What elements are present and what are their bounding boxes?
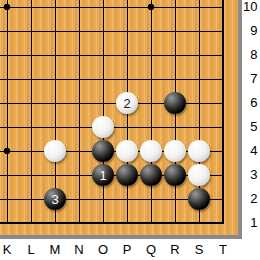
coord-label-row-9: 9 — [243, 19, 257, 43]
column-labels: KLMNOPQRST — [0, 239, 235, 260]
coord-label-col-M: M — [43, 239, 67, 260]
coord-label-col-K: K — [0, 239, 19, 260]
move-number: 2 — [123, 96, 130, 109]
coord-label-row-3: 3 — [243, 163, 257, 187]
stone-black-M2: 3 — [44, 188, 66, 210]
coord-label-row-4: 4 — [243, 139, 257, 163]
stone-white-O5 — [92, 116, 114, 138]
stone-white-Q4 — [140, 140, 162, 162]
stone-black-R6 — [164, 92, 186, 114]
stones-layer: 213 — [0, 0, 235, 235]
coord-label-row-8: 8 — [243, 43, 257, 67]
coord-label-col-O: O — [91, 239, 115, 260]
go-diagram: 213 KLMNOPQRST 10987654321 — [0, 0, 260, 260]
coord-label-col-N: N — [67, 239, 91, 260]
coord-label-row-1: 1 — [243, 211, 257, 235]
stone-white-P4 — [116, 140, 138, 162]
move-number: 3 — [51, 192, 58, 205]
stone-white-R4 — [164, 140, 186, 162]
coord-label-col-P: P — [115, 239, 139, 260]
stone-black-O4 — [92, 140, 114, 162]
stone-white-S4 — [188, 140, 210, 162]
row-labels: 10987654321 — [243, 0, 257, 235]
stone-white-P6: 2 — [116, 92, 138, 114]
coord-label-col-T: T — [211, 239, 235, 260]
coord-label-col-L: L — [19, 239, 43, 260]
coord-label-col-R: R — [163, 239, 187, 260]
stone-black-R3 — [164, 164, 186, 186]
coord-label-row-7: 7 — [243, 67, 257, 91]
go-board[interactable]: 213 — [0, 0, 242, 239]
coord-label-col-S: S — [187, 239, 211, 260]
coord-label-col-Q: Q — [139, 239, 163, 260]
coord-label-row-10: 10 — [243, 0, 257, 19]
coord-label-row-5: 5 — [243, 115, 257, 139]
stone-black-Q3 — [140, 164, 162, 186]
stone-white-M4 — [44, 140, 66, 162]
stone-black-P3 — [116, 164, 138, 186]
stone-black-S2 — [188, 188, 210, 210]
stone-black-O3: 1 — [92, 164, 114, 186]
coord-label-row-2: 2 — [243, 187, 257, 211]
move-number: 1 — [99, 168, 106, 181]
coord-label-row-6: 6 — [243, 91, 257, 115]
stone-white-S3 — [188, 164, 210, 186]
